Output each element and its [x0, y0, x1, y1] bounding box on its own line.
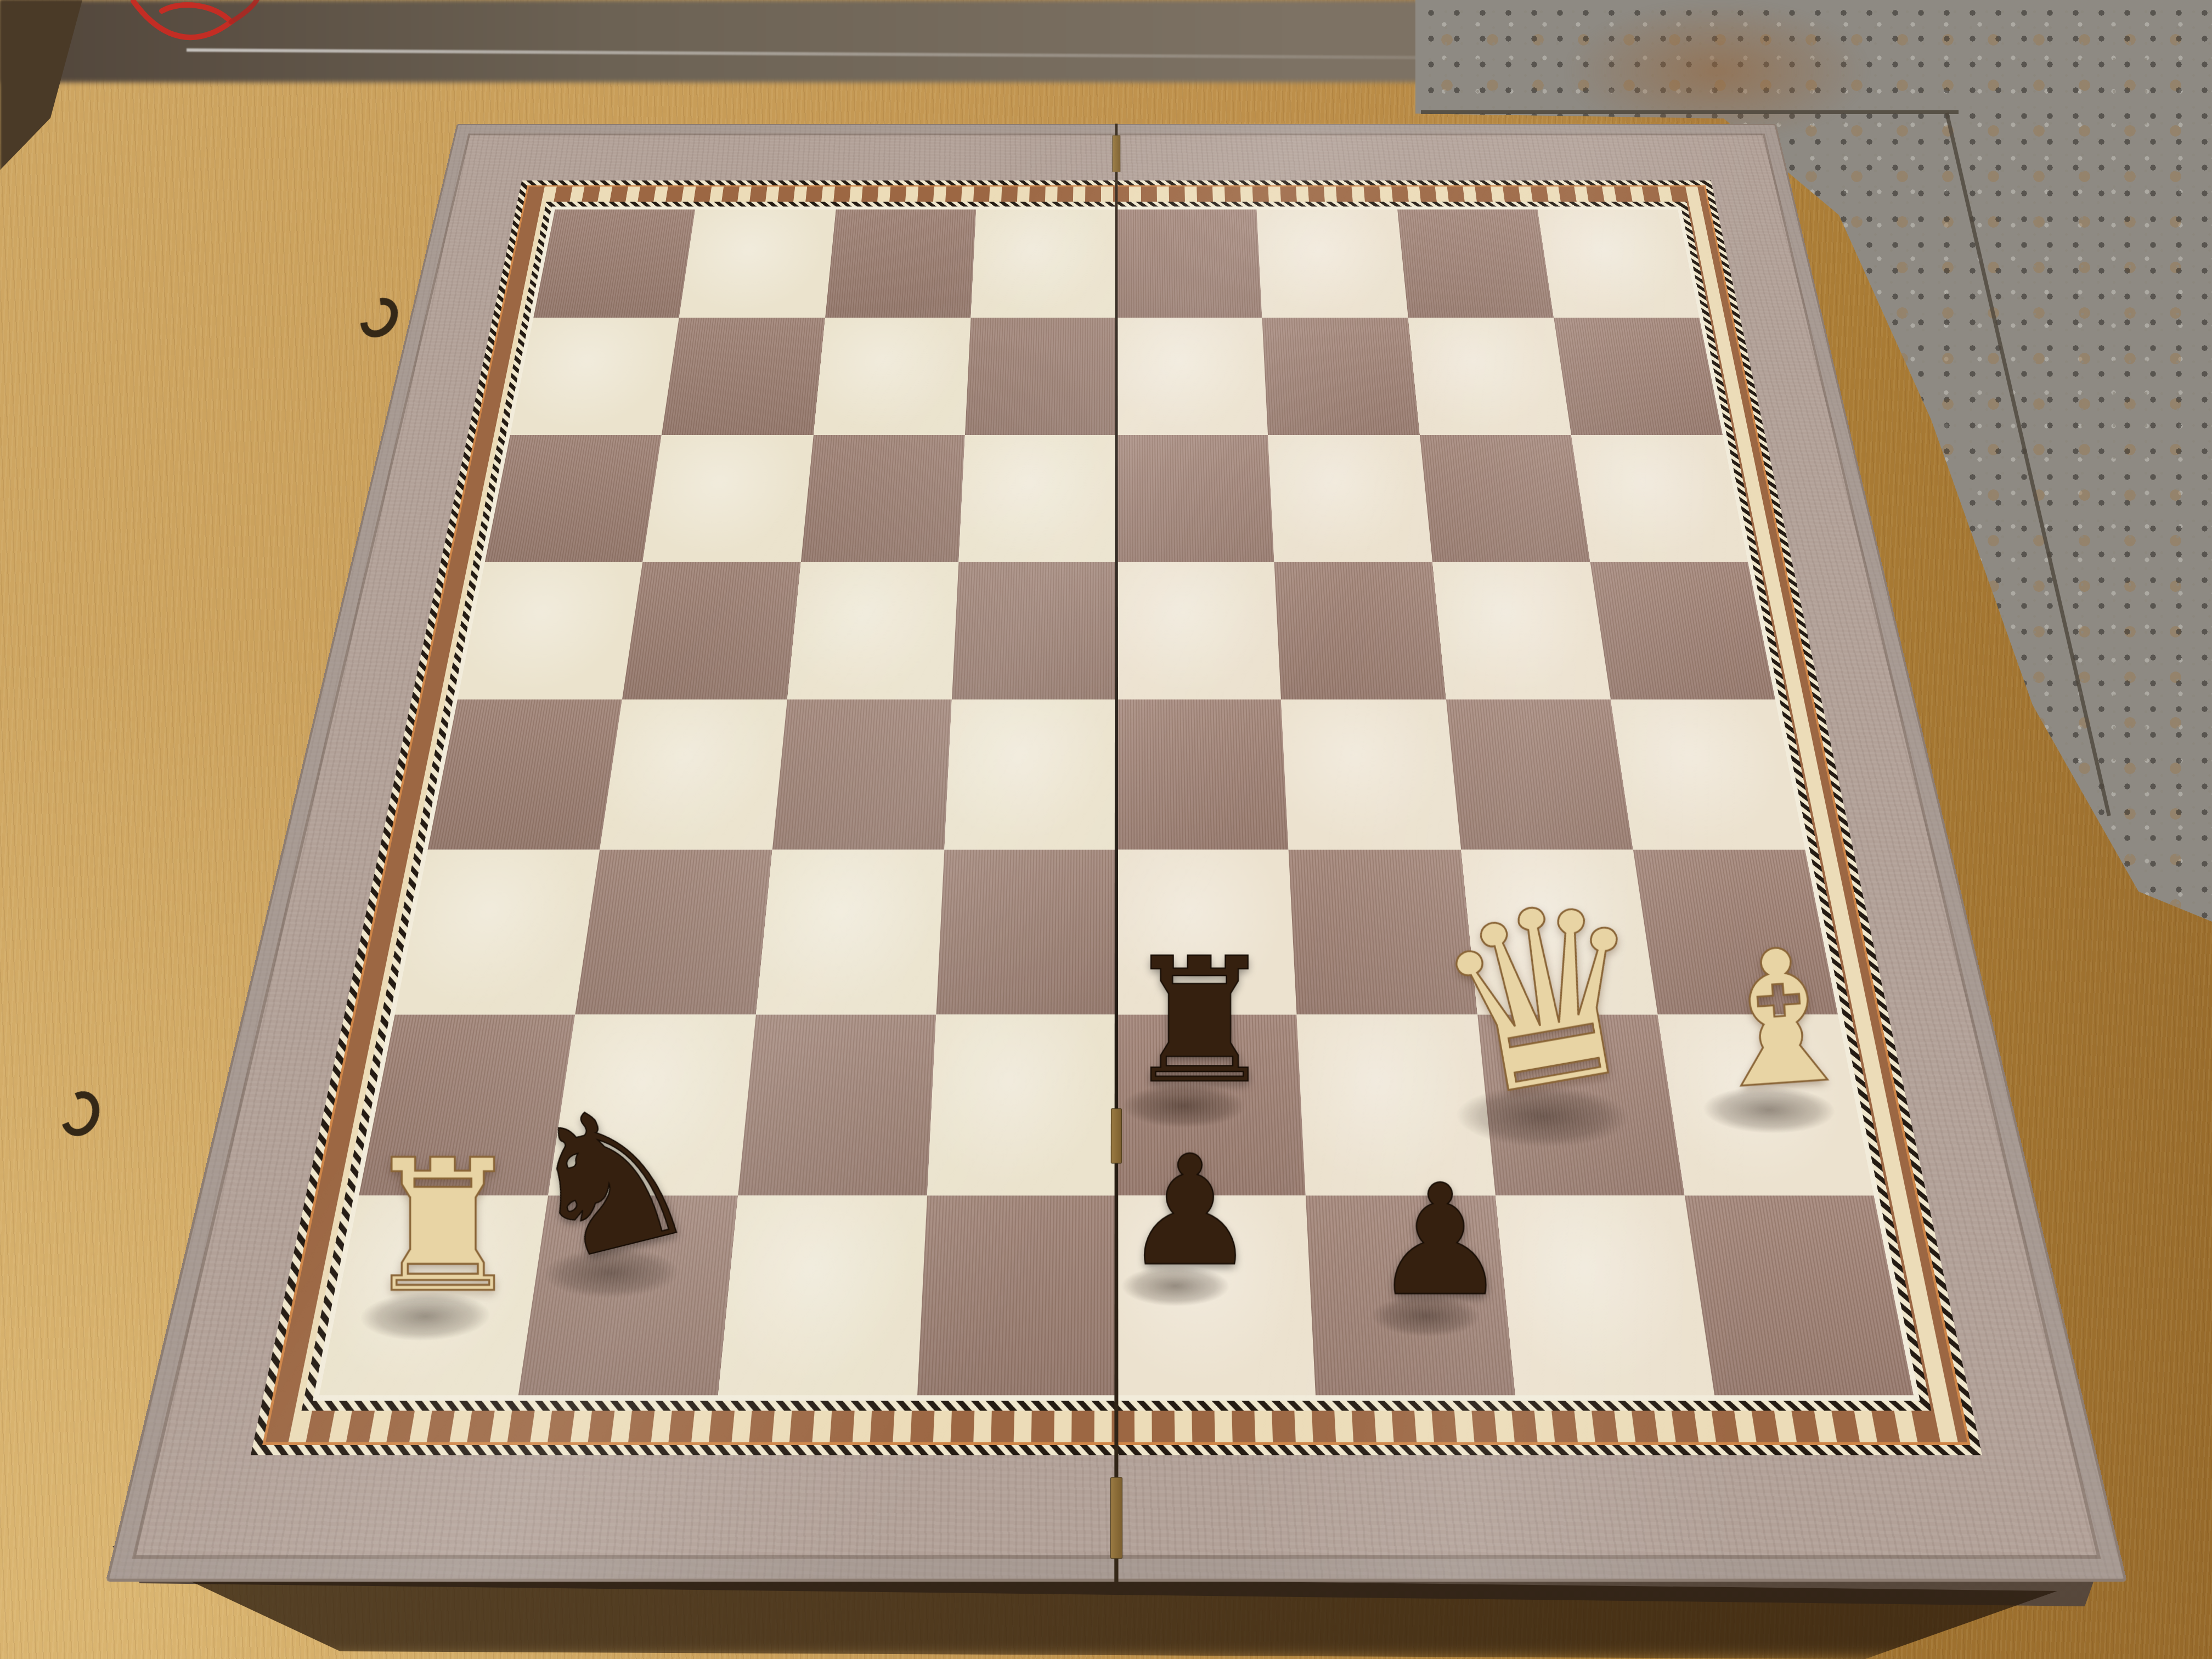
square-b7[interactable] [662, 318, 825, 435]
square-b6[interactable] [643, 435, 814, 562]
square-g8[interactable] [1397, 210, 1554, 318]
square-e5[interactable] [1116, 562, 1281, 699]
black-pawn-glyph: ♟ [1122, 1139, 1258, 1283]
square-a7[interactable] [510, 318, 679, 435]
square-h7[interactable] [1554, 318, 1723, 435]
white-rook-glyph: ♜ [362, 1140, 524, 1313]
square-d2[interactable] [927, 1014, 1116, 1195]
square-h8[interactable] [1538, 210, 1700, 318]
square-f8[interactable] [1257, 210, 1408, 318]
square-f7[interactable] [1262, 318, 1420, 435]
square-g1[interactable] [1495, 1195, 1714, 1396]
table-edge-line [1421, 110, 1959, 114]
black-rook-glyph: ♜ [1122, 939, 1277, 1103]
square-d3[interactable] [936, 850, 1116, 1014]
square-c5[interactable] [787, 562, 959, 699]
latch-hook-icon [353, 290, 406, 345]
square-a4[interactable] [428, 699, 623, 850]
red-cable-icon [123, 0, 277, 64]
square-d7[interactable] [965, 318, 1116, 435]
square-c4[interactable] [772, 699, 951, 850]
square-e4[interactable] [1116, 699, 1289, 850]
white-bishop-glyph: ♝ [1691, 926, 1869, 1112]
square-b5[interactable] [622, 562, 800, 699]
square-h1[interactable] [1685, 1195, 1914, 1396]
square-c2[interactable] [738, 1014, 936, 1195]
square-f4[interactable] [1281, 699, 1460, 850]
square-d8[interactable] [970, 210, 1116, 318]
white-queen-glyph: ♛ [1419, 868, 1671, 1131]
square-c7[interactable] [813, 318, 970, 435]
granite-brown-patch [1564, 0, 1871, 143]
square-d6[interactable] [958, 435, 1116, 562]
square-b8[interactable] [679, 210, 836, 318]
square-h4[interactable] [1611, 699, 1805, 850]
square-b3[interactable] [575, 850, 772, 1014]
square-b4[interactable] [600, 699, 787, 850]
hinge-icon [1112, 136, 1120, 172]
square-e7[interactable] [1116, 318, 1268, 435]
fold-line [1114, 124, 1119, 1582]
square-c1[interactable] [718, 1195, 927, 1396]
square-a8[interactable] [533, 210, 695, 318]
square-g5[interactable] [1432, 562, 1611, 699]
square-d1[interactable] [917, 1195, 1116, 1396]
square-g7[interactable] [1408, 318, 1571, 435]
square-g6[interactable] [1420, 435, 1590, 562]
square-a5[interactable] [458, 562, 643, 699]
chess-board: ♜♞♟♟♜♛♝ [106, 124, 2128, 1582]
scene: ♜♞♟♟♜♛♝ [0, 0, 2212, 1659]
square-h5[interactable] [1590, 562, 1775, 699]
black-pawn-glyph: ♟ [1372, 1168, 1509, 1313]
square-d4[interactable] [944, 699, 1116, 850]
square-g4[interactable] [1446, 699, 1633, 850]
square-e6[interactable] [1116, 435, 1274, 562]
square-c3[interactable] [755, 850, 944, 1014]
square-c8[interactable] [825, 210, 976, 318]
square-h6[interactable] [1571, 435, 1748, 562]
square-a6[interactable] [485, 435, 662, 562]
square-e8[interactable] [1116, 210, 1262, 318]
square-d5[interactable] [952, 562, 1116, 699]
latch-hook-icon [54, 1085, 106, 1142]
square-f5[interactable] [1274, 562, 1446, 699]
square-f6[interactable] [1268, 435, 1432, 562]
square-a3[interactable] [395, 850, 600, 1014]
square-c6[interactable] [800, 435, 964, 562]
